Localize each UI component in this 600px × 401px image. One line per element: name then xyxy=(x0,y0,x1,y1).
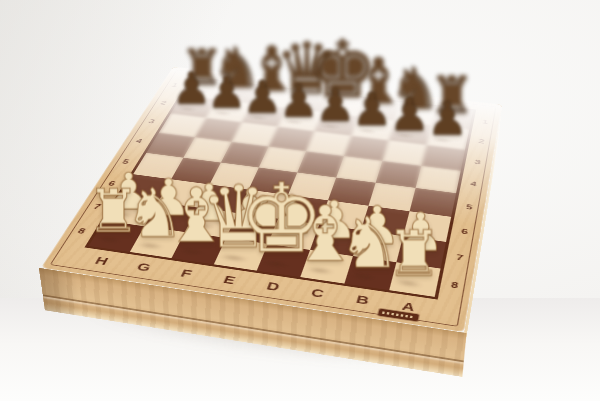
photo-canvas: HGFEDCBA1122334455667788 ♜♞♝♛♚♝♞♜♟♟♟♟♟♟♟… xyxy=(0,0,600,401)
chess-board-box: HGFEDCBA1122334455667788 ♜♞♝♛♚♝♞♜♟♟♟♟♟♟♟… xyxy=(41,67,503,333)
scene-3d: HGFEDCBA1122334455667788 ♜♞♝♛♚♝♞♜♟♟♟♟♟♟♟… xyxy=(0,0,600,401)
white-rook-a8: ♜ xyxy=(352,223,477,286)
